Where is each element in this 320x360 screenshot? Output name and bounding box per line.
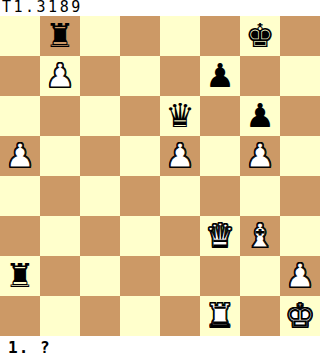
square-b2[interactable] (40, 256, 80, 296)
piece-white-pawn: ♟ (45, 56, 75, 96)
square-b5[interactable] (40, 136, 80, 176)
square-e7[interactable] (160, 56, 200, 96)
square-h4[interactable] (280, 176, 320, 216)
square-g4[interactable] (240, 176, 280, 216)
square-d4[interactable] (120, 176, 160, 216)
square-f1[interactable]: ♜ (200, 296, 240, 336)
square-d6[interactable] (120, 96, 160, 136)
square-c3[interactable] (80, 216, 120, 256)
piece-black-pawn: ♟ (245, 96, 275, 136)
square-a1[interactable] (0, 296, 40, 336)
square-d5[interactable] (120, 136, 160, 176)
square-g2[interactable] (240, 256, 280, 296)
piece-white-pawn: ♟ (5, 136, 35, 176)
square-e1[interactable] (160, 296, 200, 336)
piece-black-rook: ♜ (45, 16, 75, 56)
square-c4[interactable] (80, 176, 120, 216)
square-b1[interactable] (40, 296, 80, 336)
square-a4[interactable] (0, 176, 40, 216)
square-g1[interactable] (240, 296, 280, 336)
square-f5[interactable] (200, 136, 240, 176)
square-a7[interactable] (0, 56, 40, 96)
square-g3[interactable]: ♝ (240, 216, 280, 256)
square-c7[interactable] (80, 56, 120, 96)
move-prompt: 1. ? (0, 336, 320, 360)
square-d8[interactable] (120, 16, 160, 56)
square-h1[interactable]: ♚ (280, 296, 320, 336)
square-c8[interactable] (80, 16, 120, 56)
square-g8[interactable]: ♚ (240, 16, 280, 56)
square-c1[interactable] (80, 296, 120, 336)
square-d2[interactable] (120, 256, 160, 296)
square-h7[interactable] (280, 56, 320, 96)
square-g7[interactable] (240, 56, 280, 96)
piece-white-rook: ♜ (205, 296, 235, 336)
square-d1[interactable] (120, 296, 160, 336)
square-e4[interactable] (160, 176, 200, 216)
square-h8[interactable] (280, 16, 320, 56)
square-d3[interactable] (120, 216, 160, 256)
square-h3[interactable] (280, 216, 320, 256)
square-h6[interactable] (280, 96, 320, 136)
square-e3[interactable] (160, 216, 200, 256)
piece-black-queen: ♛ (165, 96, 195, 136)
square-a8[interactable] (0, 16, 40, 56)
square-c5[interactable] (80, 136, 120, 176)
piece-white-queen: ♛ (205, 216, 235, 256)
piece-black-rook: ♜ (5, 256, 35, 296)
square-b4[interactable] (40, 176, 80, 216)
square-h5[interactable] (280, 136, 320, 176)
square-a3[interactable] (0, 216, 40, 256)
square-a2[interactable]: ♜ (0, 256, 40, 296)
square-f7[interactable]: ♟ (200, 56, 240, 96)
puzzle-window: T1.3189 ♜♚♟♟♛♟♟♟♟♛♝♜♟♜♚ 1. ? (0, 0, 320, 360)
square-h2[interactable]: ♟ (280, 256, 320, 296)
square-f3[interactable]: ♛ (200, 216, 240, 256)
puzzle-id: T1.3189 (0, 0, 320, 16)
piece-white-pawn: ♟ (245, 136, 275, 176)
piece-white-king: ♚ (285, 296, 315, 336)
square-b3[interactable] (40, 216, 80, 256)
square-f2[interactable] (200, 256, 240, 296)
square-a6[interactable] (0, 96, 40, 136)
square-e5[interactable]: ♟ (160, 136, 200, 176)
square-f8[interactable] (200, 16, 240, 56)
square-e2[interactable] (160, 256, 200, 296)
square-a5[interactable]: ♟ (0, 136, 40, 176)
square-d7[interactable] (120, 56, 160, 96)
piece-white-pawn: ♟ (165, 136, 195, 176)
square-f4[interactable] (200, 176, 240, 216)
square-g5[interactable]: ♟ (240, 136, 280, 176)
chess-board: ♜♚♟♟♛♟♟♟♟♛♝♜♟♜♚ (0, 16, 320, 336)
piece-black-pawn: ♟ (205, 56, 235, 96)
piece-white-bishop: ♝ (245, 216, 275, 256)
square-b8[interactable]: ♜ (40, 16, 80, 56)
square-b7[interactable]: ♟ (40, 56, 80, 96)
piece-white-pawn: ♟ (285, 256, 315, 296)
square-c2[interactable] (80, 256, 120, 296)
square-c6[interactable] (80, 96, 120, 136)
piece-black-king: ♚ (245, 16, 275, 56)
square-e8[interactable] (160, 16, 200, 56)
square-e6[interactable]: ♛ (160, 96, 200, 136)
square-g6[interactable]: ♟ (240, 96, 280, 136)
square-f6[interactable] (200, 96, 240, 136)
square-b6[interactable] (40, 96, 80, 136)
